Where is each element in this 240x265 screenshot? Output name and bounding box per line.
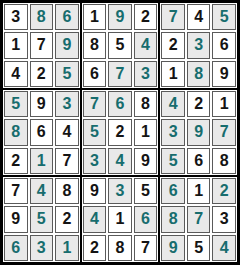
sudoku-cell-r8c5[interactable]: 1	[108, 206, 132, 232]
sudoku-cell-r9c3[interactable]: 1	[55, 235, 79, 261]
sudoku-cell-r5c1[interactable]: 8	[4, 119, 28, 145]
sudoku-cell-r6c4[interactable]: 3	[83, 148, 107, 174]
sudoku-cell-r2c3[interactable]: 9	[55, 32, 79, 58]
sudoku-cell-r6c9[interactable]: 8	[212, 148, 236, 174]
sudoku-board: 3861794251928546737452361895938642177685…	[0, 0, 240, 265]
sudoku-cell-r9c4[interactable]: 2	[83, 235, 107, 261]
sudoku-cell-r6c7[interactable]: 5	[161, 148, 185, 174]
sudoku-cell-r9c5[interactable]: 8	[108, 235, 132, 261]
sudoku-box-7: 748952631	[2, 176, 81, 263]
sudoku-cell-r3c8[interactable]: 8	[187, 61, 211, 87]
sudoku-cell-r5c9[interactable]: 7	[212, 119, 236, 145]
sudoku-cell-r4c2[interactable]: 9	[30, 91, 54, 117]
sudoku-cell-r2c5[interactable]: 5	[108, 32, 132, 58]
sudoku-cell-r8c2[interactable]: 5	[30, 206, 54, 232]
sudoku-cell-r8c3[interactable]: 2	[55, 206, 79, 232]
sudoku-cell-r5c4[interactable]: 5	[83, 119, 107, 145]
sudoku-cell-r1c7[interactable]: 7	[161, 4, 185, 30]
sudoku-cell-r4c4[interactable]: 7	[83, 91, 107, 117]
sudoku-box-5: 768521349	[81, 89, 160, 176]
sudoku-cell-r5c6[interactable]: 1	[134, 119, 158, 145]
sudoku-cell-r8c9[interactable]: 3	[212, 206, 236, 232]
sudoku-cell-r9c8[interactable]: 5	[187, 235, 211, 261]
sudoku-cell-r7c3[interactable]: 8	[55, 178, 79, 204]
sudoku-cell-r1c5[interactable]: 9	[108, 4, 132, 30]
sudoku-cell-r7c1[interactable]: 7	[4, 178, 28, 204]
sudoku-box-4: 593864217	[2, 89, 81, 176]
sudoku-cell-r8c1[interactable]: 9	[4, 206, 28, 232]
sudoku-cell-r2c1[interactable]: 1	[4, 32, 28, 58]
sudoku-cell-r3c6[interactable]: 3	[134, 61, 158, 87]
sudoku-cell-r3c7[interactable]: 1	[161, 61, 185, 87]
sudoku-cell-r4c3[interactable]: 3	[55, 91, 79, 117]
sudoku-cell-r4c1[interactable]: 5	[4, 91, 28, 117]
sudoku-cell-r5c7[interactable]: 3	[161, 119, 185, 145]
sudoku-cell-r2c4[interactable]: 8	[83, 32, 107, 58]
sudoku-cell-r9c9[interactable]: 4	[212, 235, 236, 261]
sudoku-cell-r9c2[interactable]: 3	[30, 235, 54, 261]
sudoku-cell-r6c6[interactable]: 9	[134, 148, 158, 174]
sudoku-cell-r1c4[interactable]: 1	[83, 4, 107, 30]
sudoku-cell-r9c1[interactable]: 6	[4, 235, 28, 261]
sudoku-cell-r1c9[interactable]: 5	[212, 4, 236, 30]
sudoku-cell-r5c5[interactable]: 2	[108, 119, 132, 145]
sudoku-cell-r8c6[interactable]: 6	[134, 206, 158, 232]
sudoku-cell-r1c6[interactable]: 2	[134, 4, 158, 30]
sudoku-cell-r6c1[interactable]: 2	[4, 148, 28, 174]
sudoku-cell-r5c3[interactable]: 4	[55, 119, 79, 145]
sudoku-box-3: 745236189	[159, 2, 238, 89]
sudoku-cell-r2c2[interactable]: 7	[30, 32, 54, 58]
sudoku-box-8: 935416287	[81, 176, 160, 263]
sudoku-cell-r1c1[interactable]: 3	[4, 4, 28, 30]
sudoku-cell-r7c7[interactable]: 6	[161, 178, 185, 204]
sudoku-box-6: 421397568	[159, 89, 238, 176]
sudoku-cell-r5c8[interactable]: 9	[187, 119, 211, 145]
sudoku-cell-r4c9[interactable]: 1	[212, 91, 236, 117]
sudoku-cell-r3c1[interactable]: 4	[4, 61, 28, 87]
sudoku-cell-r9c6[interactable]: 7	[134, 235, 158, 261]
sudoku-cell-r7c6[interactable]: 5	[134, 178, 158, 204]
sudoku-cell-r3c4[interactable]: 6	[83, 61, 107, 87]
sudoku-cell-r1c8[interactable]: 4	[187, 4, 211, 30]
sudoku-cell-r1c3[interactable]: 6	[55, 4, 79, 30]
sudoku-cell-r7c4[interactable]: 9	[83, 178, 107, 204]
sudoku-cell-r5c2[interactable]: 6	[30, 119, 54, 145]
sudoku-cell-r4c7[interactable]: 4	[161, 91, 185, 117]
sudoku-cell-r2c6[interactable]: 4	[134, 32, 158, 58]
sudoku-cell-r3c9[interactable]: 9	[212, 61, 236, 87]
sudoku-cell-r3c3[interactable]: 5	[55, 61, 79, 87]
sudoku-cell-r3c5[interactable]: 7	[108, 61, 132, 87]
sudoku-cell-r8c8[interactable]: 7	[187, 206, 211, 232]
sudoku-cell-r4c8[interactable]: 2	[187, 91, 211, 117]
sudoku-cell-r7c9[interactable]: 2	[212, 178, 236, 204]
sudoku-box-9: 612873954	[159, 176, 238, 263]
sudoku-cell-r2c9[interactable]: 6	[212, 32, 236, 58]
sudoku-box-1: 386179425	[2, 2, 81, 89]
sudoku-cell-r6c5[interactable]: 4	[108, 148, 132, 174]
sudoku-cell-r2c7[interactable]: 2	[161, 32, 185, 58]
sudoku-cell-r1c2[interactable]: 8	[30, 4, 54, 30]
sudoku-cell-r7c5[interactable]: 3	[108, 178, 132, 204]
sudoku-cell-r4c6[interactable]: 8	[134, 91, 158, 117]
sudoku-cell-r2c8[interactable]: 3	[187, 32, 211, 58]
sudoku-cell-r6c8[interactable]: 6	[187, 148, 211, 174]
sudoku-cell-r4c5[interactable]: 6	[108, 91, 132, 117]
sudoku-cell-r7c2[interactable]: 4	[30, 178, 54, 204]
sudoku-cell-r6c2[interactable]: 1	[30, 148, 54, 174]
sudoku-box-2: 192854673	[81, 2, 160, 89]
sudoku-cell-r9c7[interactable]: 9	[161, 235, 185, 261]
sudoku-cell-r3c2[interactable]: 2	[30, 61, 54, 87]
sudoku-cell-r7c8[interactable]: 1	[187, 178, 211, 204]
sudoku-cell-r8c7[interactable]: 8	[161, 206, 185, 232]
sudoku-cell-r6c3[interactable]: 7	[55, 148, 79, 174]
sudoku-cell-r8c4[interactable]: 4	[83, 206, 107, 232]
